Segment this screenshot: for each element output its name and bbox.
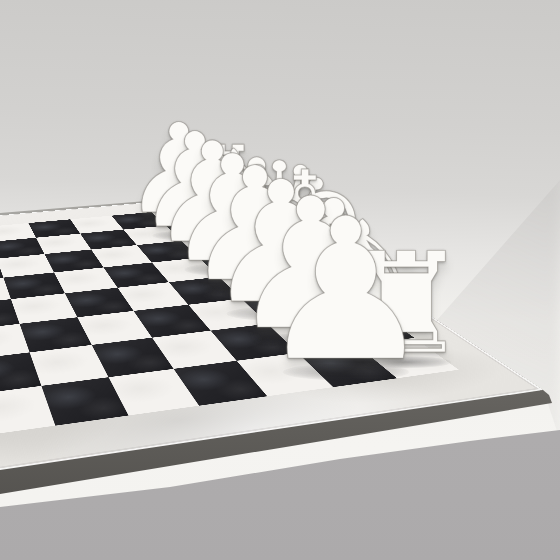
white-pawn-h2[interactable]: ♟ [258, 193, 434, 389]
pieces-layer: ♜♟♞♟♝♟♛♟♚♟♝♟♞♟♜♟ [0, 0, 560, 560]
piece-ground-shadow [282, 363, 408, 381]
chess-set-photo-scene: ♜♟♞♟♝♟♛♟♚♟♝♟♞♟♜♟ [0, 0, 560, 560]
